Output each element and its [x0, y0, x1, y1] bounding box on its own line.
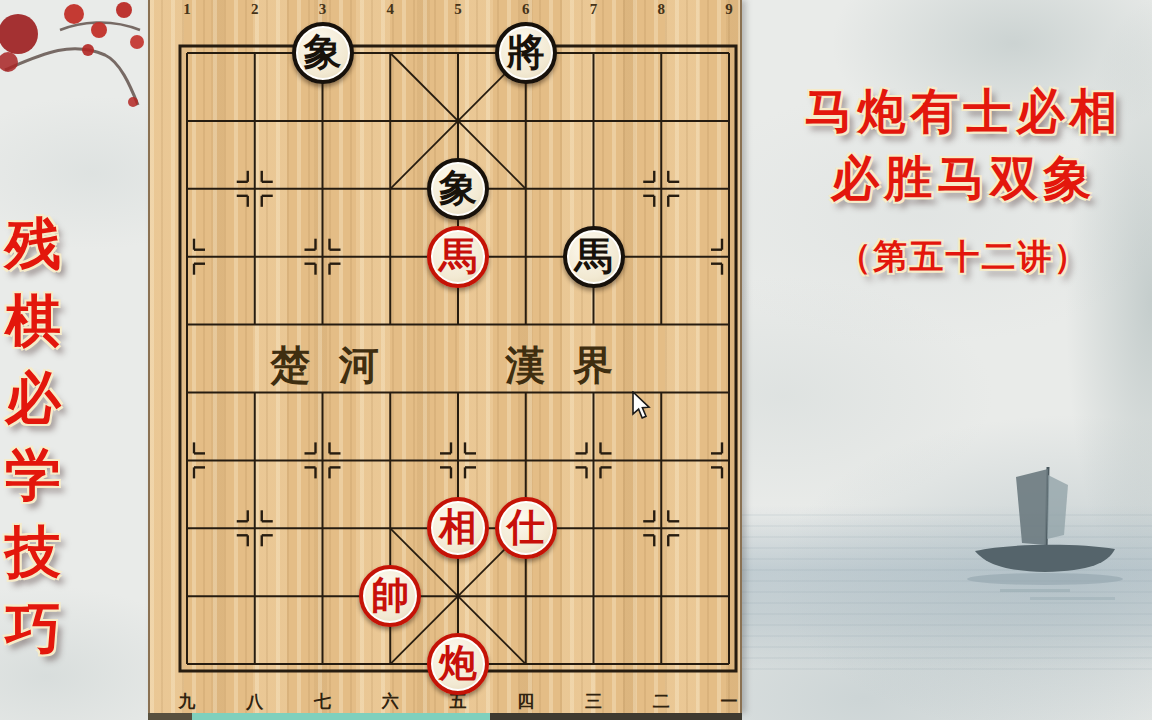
left-vertical-title: 残 棋 必 学 技 巧 — [2, 206, 64, 668]
piece-red-general[interactable]: 帥 — [359, 565, 421, 627]
board-grid — [150, 0, 744, 713]
plum-blossom-decoration — [0, 0, 160, 140]
river-text-he: 河 — [337, 338, 381, 393]
left-title-char: 棋 — [2, 283, 64, 360]
piece-black-general[interactable]: 將 — [495, 22, 557, 84]
piece-glyph: 馬 — [439, 237, 477, 275]
file-label-bottom-3: 七 — [310, 690, 336, 713]
piece-red-elephant[interactable]: 相 — [427, 497, 489, 559]
file-label-bottom-4: 六 — [377, 690, 403, 713]
piece-glyph: 相 — [439, 508, 477, 546]
piece-black-elephant[interactable]: 象 — [292, 22, 354, 84]
bottom-bar-left — [148, 713, 192, 720]
left-title-char: 技 — [2, 514, 64, 591]
piece-glyph: 帥 — [371, 576, 409, 614]
piece-glyph: 炮 — [439, 644, 477, 682]
file-label-bottom-9: 一 — [716, 690, 742, 713]
video-frame: 残 棋 必 学 技 巧 马炮有士必相 必胜马双象 （第五十二讲） 楚 河 漢 界… — [0, 0, 1152, 720]
river-text-han: 漢 — [503, 338, 547, 393]
left-title-char: 巧 — [2, 591, 64, 668]
piece-red-horse[interactable]: 馬 — [427, 226, 489, 288]
ink-boat-decoration — [940, 455, 1150, 615]
file-label-top-9: 9 — [716, 1, 742, 18]
file-label-top-8: 8 — [648, 1, 674, 18]
right-title-line2: 必胜马双象 — [775, 145, 1152, 212]
river-text-jie: 界 — [571, 338, 615, 393]
file-label-top-4: 4 — [377, 1, 403, 18]
right-title: 马炮有士必相 必胜马双象 （第五十二讲） — [775, 78, 1152, 280]
left-title-char: 必 — [2, 360, 64, 437]
piece-red-cannon[interactable]: 炮 — [427, 633, 489, 695]
right-title-line1: 马炮有士必相 — [775, 78, 1152, 145]
piece-black-horse[interactable]: 馬 — [563, 226, 625, 288]
file-label-top-3: 3 — [310, 1, 336, 18]
piece-glyph: 象 — [439, 169, 477, 207]
xiangqi-board[interactable]: 楚 河 漢 界 123456789九八七六五四三二一象將象馬馬相仕帥炮 — [148, 0, 742, 713]
piece-black-elephant[interactable]: 象 — [427, 158, 489, 220]
piece-glyph: 馬 — [575, 237, 613, 275]
file-label-top-1: 1 — [174, 1, 200, 18]
piece-red-advisor[interactable]: 仕 — [495, 497, 557, 559]
file-label-top-2: 2 — [242, 1, 268, 18]
bottom-bar-right — [490, 713, 742, 720]
river-text-chu: 楚 — [268, 338, 312, 393]
file-label-bottom-8: 二 — [648, 690, 674, 713]
left-title-char: 学 — [2, 437, 64, 514]
file-label-bottom-7: 三 — [581, 690, 607, 713]
piece-glyph: 將 — [507, 33, 545, 71]
right-title-line3: （第五十二讲） — [775, 234, 1152, 280]
file-label-bottom-1: 九 — [174, 690, 200, 713]
piece-glyph: 象 — [304, 33, 342, 71]
progress-bar[interactable] — [192, 713, 490, 720]
file-label-top-6: 6 — [513, 1, 539, 18]
piece-glyph: 仕 — [507, 508, 545, 546]
file-label-top-7: 7 — [581, 1, 607, 18]
mouse-cursor — [631, 391, 655, 423]
file-label-top-5: 5 — [445, 1, 471, 18]
file-label-bottom-6: 四 — [513, 690, 539, 713]
file-label-bottom-2: 八 — [242, 690, 268, 713]
left-title-char: 残 — [2, 206, 64, 283]
